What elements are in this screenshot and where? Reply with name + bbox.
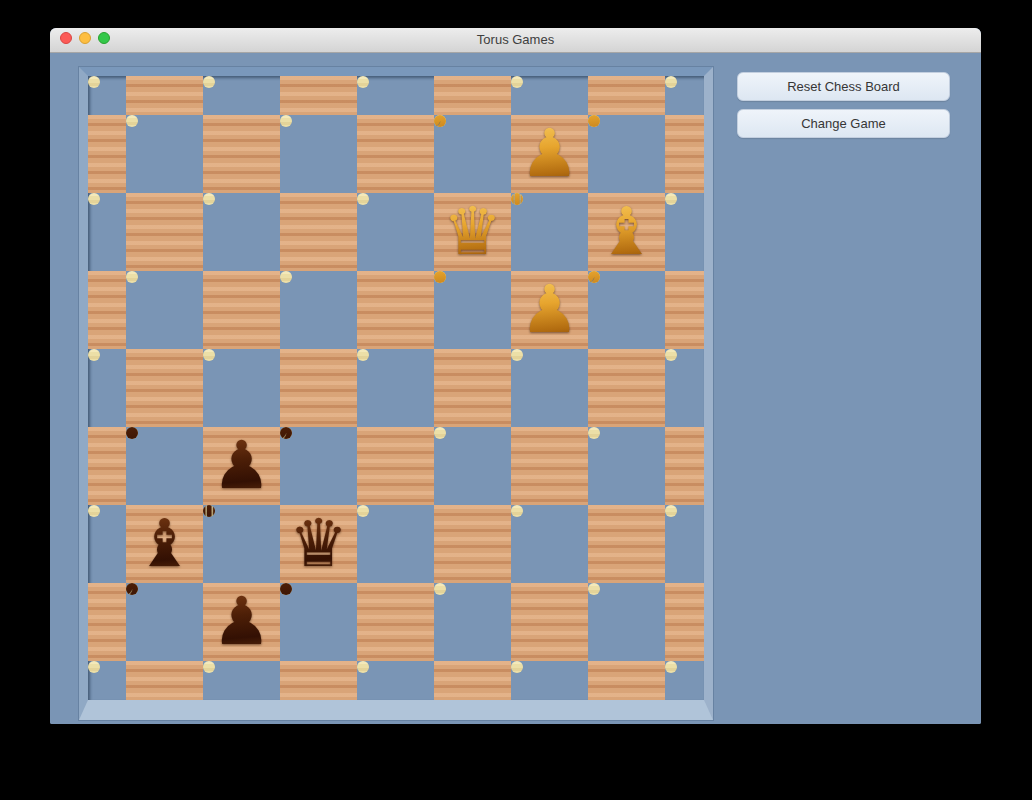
board-square[interactable]: [588, 349, 665, 427]
board-square[interactable]: ♝: [126, 505, 203, 583]
board-square[interactable]: [588, 427, 600, 439]
board-square[interactable]: [88, 583, 126, 661]
dark-knight[interactable]: ♞: [126, 583, 138, 595]
board-square[interactable]: [88, 193, 100, 205]
board-square[interactable]: [665, 583, 704, 661]
board-square[interactable]: [280, 661, 357, 700]
board-square[interactable]: [511, 76, 523, 88]
board-square[interactable]: [511, 661, 523, 673]
board-square[interactable]: [88, 661, 100, 673]
board-square[interactable]: [280, 349, 357, 427]
board-square[interactable]: [665, 505, 677, 517]
gold-bishop[interactable]: ♝: [597, 199, 656, 265]
board-square[interactable]: ♜: [126, 427, 138, 439]
board-square[interactable]: [434, 583, 446, 595]
chess-board-frame: ♞♟♜♛♚♝♜♟♞♜♟♞♝♚♛♞♟♜: [79, 67, 713, 720]
board-square[interactable]: [665, 193, 677, 205]
zoom-button[interactable]: [98, 32, 110, 44]
board-square[interactable]: ♜: [280, 583, 292, 595]
gold-rook[interactable]: ♜: [588, 115, 600, 127]
board-square[interactable]: [88, 427, 126, 505]
dark-pawn[interactable]: ♟: [212, 433, 271, 499]
gold-knight[interactable]: ♞: [588, 271, 600, 283]
board-square[interactable]: ♞: [434, 115, 446, 127]
dark-bishop[interactable]: ♝: [135, 511, 194, 577]
board-square[interactable]: [511, 505, 523, 517]
dark-knight[interactable]: ♞: [280, 427, 292, 439]
dark-king[interactable]: ♚: [203, 505, 215, 517]
board-square[interactable]: [434, 505, 511, 583]
dark-rook[interactable]: ♜: [126, 427, 138, 439]
window-title: Torus Games: [50, 28, 981, 52]
board-square[interactable]: [357, 583, 434, 661]
gold-rook[interactable]: ♜: [434, 271, 446, 283]
board-square[interactable]: [357, 505, 369, 517]
board-square[interactable]: ♞: [280, 427, 292, 439]
board-square[interactable]: [280, 76, 357, 115]
board-square[interactable]: [434, 349, 511, 427]
board-square[interactable]: [357, 427, 434, 505]
board-square[interactable]: ♛: [280, 505, 357, 583]
board-square[interactable]: [357, 76, 369, 88]
board-square[interactable]: ♟: [203, 583, 280, 661]
board-square[interactable]: [434, 427, 446, 439]
board-square[interactable]: [357, 115, 434, 193]
board-square[interactable]: ♛: [434, 193, 511, 271]
window-content: ♞♟♜♛♚♝♜♟♞♜♟♞♝♚♛♞♟♜ Reset Chess Board Cha…: [50, 53, 981, 724]
board-square[interactable]: [357, 193, 369, 205]
board-square[interactable]: ♜: [588, 115, 600, 127]
board-square[interactable]: [357, 661, 369, 673]
board-square[interactable]: [88, 76, 100, 88]
board-square[interactable]: ♝: [588, 193, 665, 271]
board-square[interactable]: [203, 271, 280, 349]
board-square[interactable]: [588, 76, 665, 115]
gold-pawn[interactable]: ♟: [520, 121, 579, 187]
board-square[interactable]: [357, 349, 369, 361]
gold-king[interactable]: ♚: [511, 193, 523, 205]
side-panel: Reset Chess Board Change Game: [737, 72, 950, 138]
board-square[interactable]: ♚: [203, 505, 215, 517]
dark-rook[interactable]: ♜: [280, 583, 292, 595]
gold-queen[interactable]: ♛: [443, 199, 502, 265]
board-square[interactable]: [126, 193, 203, 271]
close-button[interactable]: [60, 32, 72, 44]
board-square[interactable]: [203, 349, 215, 361]
reset-chess-board-button[interactable]: Reset Chess Board: [737, 72, 950, 101]
board-square[interactable]: [203, 193, 215, 205]
traffic-lights: [60, 32, 110, 44]
board-square[interactable]: [511, 583, 588, 661]
board-square[interactable]: ♜: [434, 271, 446, 283]
change-game-button[interactable]: Change Game: [737, 109, 950, 138]
dark-pawn[interactable]: ♟: [212, 589, 271, 655]
board-square[interactable]: [88, 349, 100, 361]
board-square[interactable]: [280, 193, 357, 271]
board-square[interactable]: [203, 115, 280, 193]
board-square[interactable]: [434, 661, 511, 700]
board-square[interactable]: [665, 115, 704, 193]
board-square[interactable]: [126, 76, 203, 115]
board-square[interactable]: [665, 271, 704, 349]
board-square[interactable]: ♞: [126, 583, 138, 595]
board-square[interactable]: [126, 271, 138, 283]
gold-pawn[interactable]: ♟: [520, 277, 579, 343]
board-square[interactable]: [588, 505, 665, 583]
chess-board[interactable]: ♞♟♜♛♚♝♜♟♞♜♟♞♝♚♛♞♟♜: [88, 76, 704, 700]
board-square[interactable]: [126, 661, 203, 700]
torus-games-window: Torus Games ♞♟♜♛♚♝♜♟♞♜♟♞♝♚♛♞♟♜ Reset Che…: [50, 28, 981, 724]
board-square[interactable]: ♟: [511, 115, 588, 193]
board-square[interactable]: [203, 76, 215, 88]
board-square[interactable]: ♚: [511, 193, 523, 205]
board-square[interactable]: [280, 115, 292, 127]
board-square[interactable]: ♞: [588, 271, 600, 283]
board-square[interactable]: [88, 505, 100, 517]
board-square[interactable]: [665, 349, 677, 361]
board-square[interactable]: [88, 115, 126, 193]
board-square[interactable]: [126, 115, 138, 127]
board-square[interactable]: [665, 661, 677, 673]
board-square[interactable]: [357, 271, 434, 349]
board-square[interactable]: [665, 76, 677, 88]
gold-knight[interactable]: ♞: [434, 115, 446, 127]
dark-queen[interactable]: ♛: [289, 511, 348, 577]
board-square[interactable]: [588, 583, 600, 595]
board-square[interactable]: ♟: [511, 271, 588, 349]
minimize-button[interactable]: [79, 32, 91, 44]
board-square[interactable]: [88, 271, 126, 349]
board-square[interactable]: ♟: [203, 427, 280, 505]
board-square[interactable]: [203, 661, 215, 673]
board-square[interactable]: [588, 661, 665, 700]
board-square[interactable]: [511, 349, 523, 361]
board-square[interactable]: [434, 76, 511, 115]
board-square[interactable]: [126, 349, 203, 427]
board-square[interactable]: [280, 271, 292, 283]
board-square[interactable]: [511, 427, 588, 505]
titlebar[interactable]: Torus Games: [50, 28, 981, 53]
board-square[interactable]: [665, 427, 704, 505]
